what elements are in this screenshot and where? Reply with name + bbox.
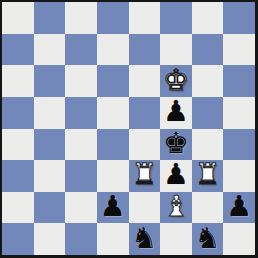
square-g7[interactable]	[192, 34, 224, 66]
square-e5[interactable]	[129, 97, 161, 129]
square-a8[interactable]	[2, 2, 34, 34]
square-d3[interactable]	[97, 160, 129, 192]
square-a6[interactable]	[2, 65, 34, 97]
square-b4[interactable]	[34, 129, 66, 161]
square-a5[interactable]	[2, 97, 34, 129]
square-h7[interactable]	[223, 34, 255, 66]
square-d6[interactable]	[97, 65, 129, 97]
white-rook[interactable]: ♜	[195, 160, 221, 189]
square-a7[interactable]	[2, 34, 34, 66]
square-c6[interactable]	[65, 65, 97, 97]
square-f4[interactable]: ♚	[160, 129, 192, 161]
chess-board: ♚♟♚♜♟♜♟♝♟♞♞	[0, 0, 258, 258]
square-h4[interactable]	[223, 129, 255, 161]
square-d8[interactable]	[97, 2, 129, 34]
square-c5[interactable]	[65, 97, 97, 129]
square-a1[interactable]	[2, 223, 34, 255]
square-g1[interactable]: ♞	[192, 223, 224, 255]
black-king[interactable]: ♚	[163, 129, 189, 158]
black-pawn[interactable]: ♟	[163, 160, 189, 189]
square-c4[interactable]	[65, 129, 97, 161]
square-c8[interactable]	[65, 2, 97, 34]
square-h3[interactable]	[223, 160, 255, 192]
square-e1[interactable]: ♞	[129, 223, 161, 255]
square-b8[interactable]	[34, 2, 66, 34]
square-d5[interactable]	[97, 97, 129, 129]
black-pawn[interactable]: ♟	[226, 192, 252, 221]
white-king[interactable]: ♚	[163, 66, 189, 95]
square-d7[interactable]	[97, 34, 129, 66]
square-b6[interactable]	[34, 65, 66, 97]
black-knight[interactable]: ♞	[195, 224, 221, 253]
square-c7[interactable]	[65, 34, 97, 66]
square-d4[interactable]	[97, 129, 129, 161]
square-b5[interactable]	[34, 97, 66, 129]
white-rook[interactable]: ♜	[131, 160, 157, 189]
square-d2[interactable]: ♟	[97, 192, 129, 224]
square-h8[interactable]	[223, 2, 255, 34]
square-c1[interactable]	[65, 223, 97, 255]
square-b7[interactable]	[34, 34, 66, 66]
square-a3[interactable]	[2, 160, 34, 192]
square-e8[interactable]	[129, 2, 161, 34]
square-a4[interactable]	[2, 129, 34, 161]
black-pawn[interactable]: ♟	[163, 97, 189, 126]
square-f5[interactable]: ♟	[160, 97, 192, 129]
square-c2[interactable]	[65, 192, 97, 224]
square-g4[interactable]	[192, 129, 224, 161]
square-d1[interactable]	[97, 223, 129, 255]
square-f8[interactable]	[160, 2, 192, 34]
square-a2[interactable]	[2, 192, 34, 224]
square-e2[interactable]	[129, 192, 161, 224]
square-f2[interactable]: ♝	[160, 192, 192, 224]
square-g8[interactable]	[192, 2, 224, 34]
square-e6[interactable]	[129, 65, 161, 97]
square-e7[interactable]	[129, 34, 161, 66]
black-pawn[interactable]: ♟	[100, 192, 126, 221]
square-b3[interactable]	[34, 160, 66, 192]
black-knight[interactable]: ♞	[131, 224, 157, 253]
square-g6[interactable]	[192, 65, 224, 97]
square-f3[interactable]: ♟	[160, 160, 192, 192]
square-c3[interactable]	[65, 160, 97, 192]
square-g3[interactable]: ♜	[192, 160, 224, 192]
square-f7[interactable]	[160, 34, 192, 66]
square-h5[interactable]	[223, 97, 255, 129]
square-b1[interactable]	[34, 223, 66, 255]
square-g5[interactable]	[192, 97, 224, 129]
white-bishop[interactable]: ♝	[163, 192, 189, 221]
square-h1[interactable]	[223, 223, 255, 255]
square-h6[interactable]	[223, 65, 255, 97]
square-f6[interactable]: ♚	[160, 65, 192, 97]
square-b2[interactable]	[34, 192, 66, 224]
square-e3[interactable]: ♜	[129, 160, 161, 192]
square-g2[interactable]	[192, 192, 224, 224]
square-h2[interactable]: ♟	[223, 192, 255, 224]
square-f1[interactable]	[160, 223, 192, 255]
square-e4[interactable]	[129, 129, 161, 161]
